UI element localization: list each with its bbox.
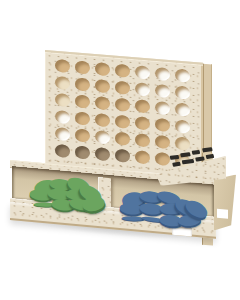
logo-mark: [170, 155, 180, 160]
hole-r4c0: [55, 127, 70, 141]
hole-r0c2: [95, 62, 110, 76]
product-photo-connect-four: ●●●●●●●●●●●●●●●●●●●●●●●: [0, 0, 240, 300]
hole-r0c5: [155, 67, 170, 81]
hole-r1c4: [135, 82, 150, 96]
hole-r5c1: [75, 145, 90, 159]
hole-r5c3: [115, 149, 130, 163]
logo-mark: [195, 156, 205, 161]
hole-r2c1: [75, 94, 90, 108]
hole-r1c5: [155, 84, 170, 98]
hole-r4c1: [75, 128, 90, 142]
hole-r4c2: [95, 130, 110, 144]
logo-mark: [182, 159, 195, 165]
hole-r0c0: [55, 59, 70, 73]
hole-r4c4: [135, 133, 150, 147]
hole-r2c0: [55, 93, 70, 107]
hole-r3c5: [155, 118, 170, 132]
hole-r2c6: [175, 102, 190, 116]
hole-r4c5: [155, 135, 170, 149]
logo-mark: [172, 162, 181, 167]
hole-r5c0: [55, 144, 70, 158]
logo-mark: [206, 154, 215, 159]
logo-mark: [192, 150, 201, 155]
hole-r3c6: [175, 119, 190, 133]
hole-r3c4: [135, 116, 150, 130]
hole-r2c5: [155, 101, 170, 115]
hole-r3c0: [55, 110, 70, 124]
hole-r1c0: [55, 76, 70, 90]
hole-r2c2: [95, 96, 110, 110]
hole-r4c6: [175, 136, 190, 150]
hole-r1c1: [75, 77, 90, 91]
green-disc: ●: [76, 190, 110, 215]
hole-r0c1: [75, 60, 90, 74]
hole-r5c2: [95, 147, 110, 161]
hole-r3c2: [95, 113, 110, 127]
hole-r1c3: [115, 81, 130, 95]
hole-r0c6: [175, 68, 190, 82]
hole-r5c4: [135, 150, 150, 164]
hole-r0c3: [115, 64, 130, 78]
hole-r0c4: [135, 65, 150, 79]
hole-r4c3: [115, 132, 130, 146]
logo-mark: [202, 147, 213, 152]
hole-r3c1: [75, 111, 90, 125]
hole-r3c3: [115, 115, 130, 129]
hole-r2c3: [115, 98, 130, 112]
logo-mark: [180, 152, 191, 157]
hole-r1c2: [95, 79, 110, 93]
hole-r2c4: [135, 99, 150, 113]
hole-r1c6: [175, 85, 190, 99]
storage-tray: ●●●●●●●●●●●●●●●●●●●●●●●: [10, 160, 228, 252]
